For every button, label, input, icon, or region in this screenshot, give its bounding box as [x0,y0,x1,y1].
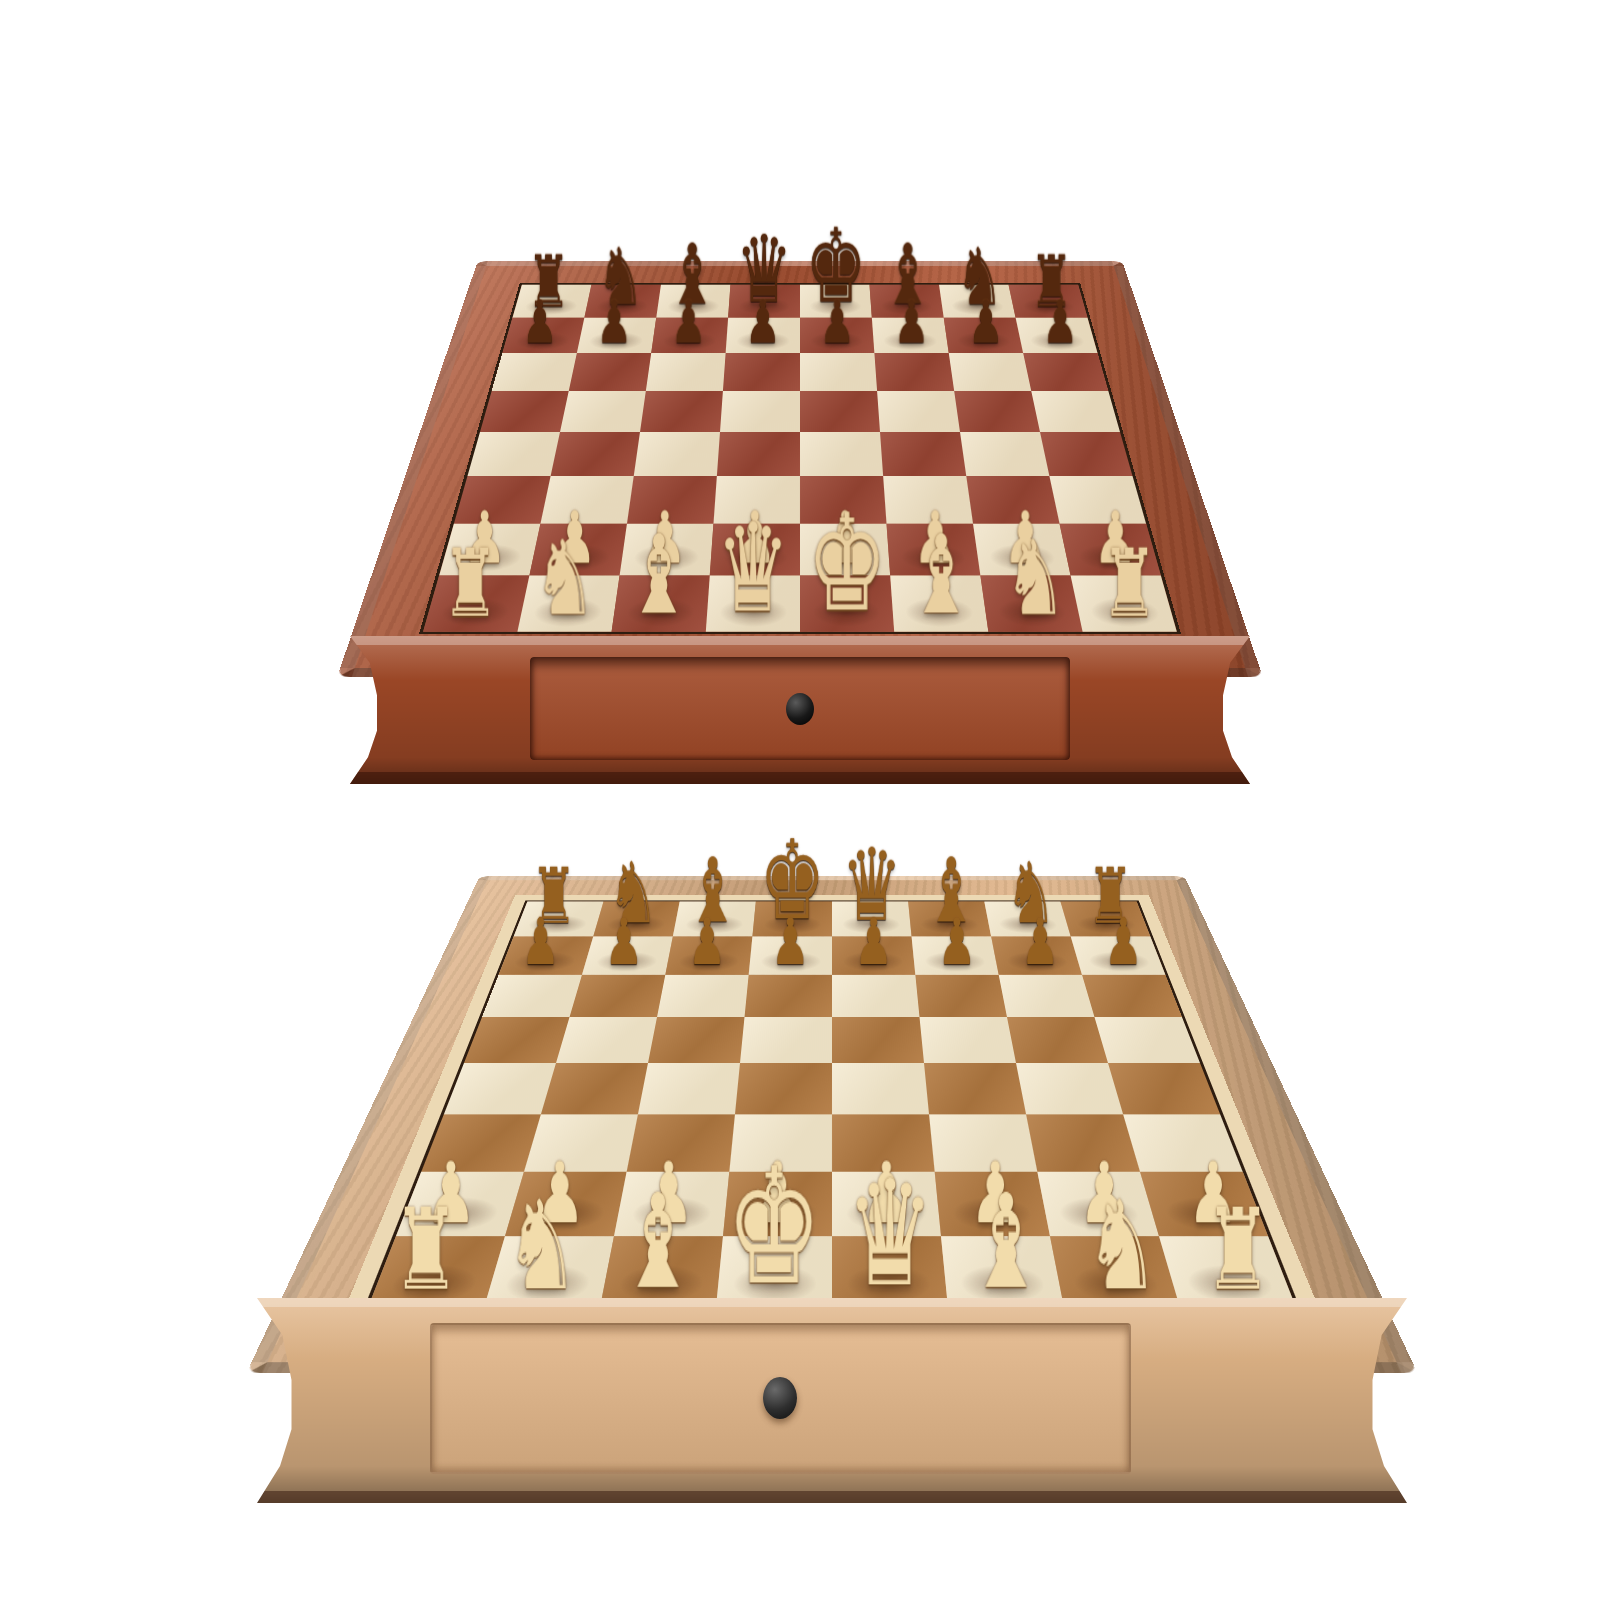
square[interactable] [999,975,1095,1017]
chessboard-red: ♜♞♝♛♚♝♞♜♟♟♟♟♟♟♟♟♟♟♟♟♟♟♟♟♜♞♝♛♚♝♞♜ [337,261,1263,677]
square[interactable] [874,353,954,391]
square[interactable] [877,391,960,432]
square[interactable]: ♟ [1016,318,1098,353]
square[interactable] [1094,1017,1200,1063]
square[interactable]: ♟ [872,318,949,353]
square[interactable]: ♟ [651,318,728,353]
square[interactable] [1007,1017,1108,1063]
square[interactable]: ♟ [912,936,999,974]
light-queen[interactable]: ♛ [846,1162,934,1308]
square[interactable] [556,1017,657,1063]
square[interactable]: ♟ [499,936,594,974]
square[interactable] [480,391,569,432]
storage-base [257,1298,1407,1503]
square[interactable] [919,1017,1016,1063]
dark-pawn[interactable]: ♟ [1042,293,1078,352]
square[interactable]: ♟ [800,318,874,353]
square[interactable]: ♟ [726,318,800,353]
light-knight[interactable]: ♞ [1085,1184,1159,1308]
square[interactable] [646,353,726,391]
square[interactable] [551,432,640,476]
square[interactable] [800,432,883,476]
square[interactable] [735,1063,832,1114]
square[interactable] [541,1063,648,1114]
dark-pawn[interactable]: ♟ [522,293,558,352]
square[interactable] [634,432,720,476]
light-king[interactable]: ♚ [807,497,888,631]
dark-pawn[interactable]: ♟ [596,293,632,352]
square[interactable] [464,1017,570,1063]
square[interactable] [638,1063,740,1114]
square[interactable] [800,391,880,432]
light-bishop[interactable]: ♝ [619,1177,698,1308]
dark-pawn[interactable]: ♟ [688,909,727,973]
square[interactable] [745,975,832,1017]
square[interactable] [954,391,1040,432]
square[interactable] [657,975,749,1017]
dark-pawn[interactable]: ♟ [1021,909,1060,973]
square[interactable] [832,1063,929,1114]
light-bishop[interactable]: ♝ [626,521,692,630]
square[interactable] [1031,391,1120,432]
dark-pawn[interactable]: ♟ [521,909,560,973]
light-knight[interactable]: ♞ [534,527,596,630]
square[interactable] [915,975,1007,1017]
light-bishop[interactable]: ♝ [908,521,974,630]
square[interactable] [1082,975,1182,1017]
square[interactable] [560,391,646,432]
square[interactable] [832,1017,924,1063]
square[interactable] [720,391,800,432]
square[interactable]: ♟ [665,936,752,974]
dark-pawn[interactable]: ♟ [604,909,643,973]
square[interactable]: ♟ [582,936,673,974]
square[interactable] [1040,432,1133,476]
square[interactable]: ♟ [1071,936,1166,974]
square[interactable] [640,391,723,432]
light-knight[interactable]: ♞ [505,1184,579,1308]
square[interactable] [723,353,800,391]
square[interactable] [949,353,1031,391]
square[interactable] [570,975,666,1017]
square[interactable]: ♟ [991,936,1082,974]
dark-pawn[interactable]: ♟ [854,909,893,973]
square[interactable]: ♟ [944,318,1023,353]
square[interactable]: ♟ [502,318,584,353]
light-rook[interactable]: ♜ [1204,1195,1272,1307]
dark-pawn[interactable]: ♟ [671,293,707,352]
square[interactable] [1108,1063,1220,1114]
square[interactable] [569,353,651,391]
dark-pawn[interactable]: ♟ [968,293,1004,352]
square[interactable] [467,432,560,476]
square[interactable] [444,1063,556,1114]
chess-set-light-beech: ♜♞♝♚♛♝♞♜♟♟♟♟♟♟♟♟♟♟♟♟♟♟♟♟♜♞♝♚♛♝♞♜ [32,623,1600,1503]
square[interactable]: ♟ [577,318,656,353]
drawer-knob[interactable] [763,1377,797,1419]
light-king[interactable]: ♚ [726,1148,823,1308]
square[interactable] [880,432,966,476]
square[interactable] [482,975,582,1017]
square[interactable] [924,1063,1026,1114]
square[interactable] [740,1017,832,1063]
light-rook[interactable]: ♜ [392,1195,460,1307]
light-knight[interactable]: ♞ [1004,527,1066,630]
dark-pawn[interactable]: ♟ [937,909,976,973]
square[interactable] [717,432,800,476]
light-bishop[interactable]: ♝ [967,1177,1046,1308]
dark-pawn[interactable]: ♟ [894,293,930,352]
square[interactable]: ♟ [749,936,832,974]
playing-field: ♜♞♝♚♛♝♞♜♟♟♟♟♟♟♟♟♟♟♟♟♟♟♟♟♜♞♝♚♛♝♞♜ [363,900,1302,1311]
square[interactable] [1016,1063,1123,1114]
storage-drawer[interactable] [430,1323,1132,1475]
square[interactable] [800,353,877,391]
board-frame: ♜♞♝♛♚♝♞♜♟♟♟♟♟♟♟♟♟♟♟♟♟♟♟♟♜♞♝♛♚♝♞♜ [337,261,1263,677]
square[interactable] [1023,353,1108,391]
dark-pawn[interactable]: ♟ [1104,909,1143,973]
light-rook[interactable]: ♜ [442,537,499,631]
dark-pawn[interactable]: ♟ [745,293,781,352]
two-chess-sets-photo: ♜♞♝♛♚♝♞♜♟♟♟♟♟♟♟♟♟♟♟♟♟♟♟♟♜♞♝♛♚♝♞♜ ♜♞♝♚♛♝♞… [0,52,1600,1503]
light-rook[interactable]: ♜ [1101,537,1158,631]
dark-pawn[interactable]: ♟ [819,293,855,352]
square[interactable]: ♟ [832,936,915,974]
square[interactable] [832,975,919,1017]
square[interactable] [960,432,1049,476]
dark-pawn[interactable]: ♟ [771,909,810,973]
square[interactable] [492,353,577,391]
square[interactable] [648,1017,745,1063]
playing-field: ♜♞♝♛♚♝♞♜♟♟♟♟♟♟♟♟♟♟♟♟♟♟♟♟♜♞♝♛♚♝♞♜ [419,283,1181,633]
light-queen[interactable]: ♛ [716,508,790,630]
